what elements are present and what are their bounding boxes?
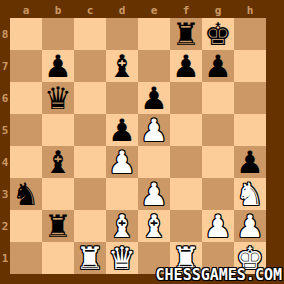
file-label-b: b: [42, 0, 74, 18]
square-e8: [138, 18, 170, 50]
board: ♜♚♟♝♟♟♛♟♟♟♝♟♟♞♟♞♜♝♝♟♟♜♛♜♚: [10, 18, 266, 274]
square-a6: [10, 82, 42, 114]
file-label-a: a: [10, 0, 42, 18]
square-c6: [74, 82, 106, 114]
square-d7: ♝: [106, 50, 138, 82]
piece-white-knight: ♞: [236, 178, 264, 210]
square-d3: [106, 178, 138, 210]
square-b3: [42, 178, 74, 210]
square-c4: [74, 146, 106, 178]
square-g3: [202, 178, 234, 210]
square-b7: ♟: [42, 50, 74, 82]
square-f4: [170, 146, 202, 178]
square-e3: ♟: [138, 178, 170, 210]
square-a3: ♞: [10, 178, 42, 210]
rank-label-7: 7: [0, 50, 10, 82]
rank-label-6: 6: [0, 82, 10, 114]
square-a7: [10, 50, 42, 82]
square-d4: ♟: [106, 146, 138, 178]
square-e2: ♝: [138, 210, 170, 242]
piece-black-rook: ♜: [172, 18, 200, 50]
square-a8: [10, 18, 42, 50]
piece-black-pawn: ♟: [172, 50, 200, 82]
piece-white-pawn: ♟: [236, 210, 264, 242]
square-b5: [42, 114, 74, 146]
rank-label-5: 5: [0, 114, 10, 146]
piece-black-king: ♚: [204, 18, 232, 50]
square-e6: ♟: [138, 82, 170, 114]
file-label-h: h: [234, 0, 266, 18]
piece-black-pawn: ♟: [44, 50, 72, 82]
square-d2: ♝: [106, 210, 138, 242]
square-e5: ♟: [138, 114, 170, 146]
rank-label-3: 3: [0, 178, 10, 210]
square-c1: ♜: [74, 242, 106, 274]
piece-white-pawn: ♟: [140, 114, 168, 146]
square-h7: [234, 50, 266, 82]
piece-black-pawn: ♟: [236, 146, 264, 178]
piece-black-pawn: ♟: [204, 50, 232, 82]
piece-black-pawn: ♟: [108, 114, 136, 146]
piece-white-bishop: ♝: [140, 210, 168, 242]
square-b1: [42, 242, 74, 274]
piece-white-bishop: ♝: [108, 210, 136, 242]
square-b4: ♝: [42, 146, 74, 178]
board-frame: abcdefgh 87654321 ♜♚♟♝♟♟♛♟♟♟♝♟♟♞♟♞♜♝♝♟♟♜…: [0, 0, 284, 284]
square-e7: [138, 50, 170, 82]
rank-label-8: 8: [0, 18, 10, 50]
site-label: CHESSGAMES.COM: [156, 266, 282, 284]
square-h8: [234, 18, 266, 50]
square-g6: [202, 82, 234, 114]
square-h3: ♞: [234, 178, 266, 210]
square-a5: [10, 114, 42, 146]
square-f7: ♟: [170, 50, 202, 82]
rank-label-1: 1: [0, 242, 10, 274]
square-b8: [42, 18, 74, 50]
square-h6: [234, 82, 266, 114]
file-label-d: d: [106, 0, 138, 18]
square-d8: [106, 18, 138, 50]
square-c5: [74, 114, 106, 146]
piece-white-queen: ♛: [108, 242, 136, 274]
piece-black-bishop: ♝: [108, 50, 136, 82]
square-g2: ♟: [202, 210, 234, 242]
square-f2: [170, 210, 202, 242]
square-f3: [170, 178, 202, 210]
piece-white-pawn: ♟: [204, 210, 232, 242]
square-a4: [10, 146, 42, 178]
square-b6: ♛: [42, 82, 74, 114]
square-d1: ♛: [106, 242, 138, 274]
file-label-e: e: [138, 0, 170, 18]
rank-labels: 87654321: [0, 18, 10, 274]
piece-black-knight: ♞: [12, 178, 40, 210]
square-c8: [74, 18, 106, 50]
square-g7: ♟: [202, 50, 234, 82]
square-f6: [170, 82, 202, 114]
piece-white-pawn: ♟: [140, 178, 168, 210]
square-g5: [202, 114, 234, 146]
piece-black-rook: ♜: [44, 210, 72, 242]
piece-black-bishop: ♝: [44, 146, 72, 178]
piece-black-pawn: ♟: [140, 82, 168, 114]
square-f5: [170, 114, 202, 146]
square-d6: [106, 82, 138, 114]
piece-white-rook: ♜: [76, 242, 104, 274]
piece-white-pawn: ♟: [108, 146, 136, 178]
square-a2: [10, 210, 42, 242]
square-c7: [74, 50, 106, 82]
square-f8: ♜: [170, 18, 202, 50]
square-d5: ♟: [106, 114, 138, 146]
square-c3: [74, 178, 106, 210]
piece-black-queen: ♛: [44, 82, 72, 114]
square-c2: [74, 210, 106, 242]
rank-label-4: 4: [0, 146, 10, 178]
square-e4: [138, 146, 170, 178]
file-label-c: c: [74, 0, 106, 18]
square-h2: ♟: [234, 210, 266, 242]
square-h5: [234, 114, 266, 146]
square-a1: [10, 242, 42, 274]
square-g4: [202, 146, 234, 178]
square-g8: ♚: [202, 18, 234, 50]
square-h4: ♟: [234, 146, 266, 178]
square-b2: ♜: [42, 210, 74, 242]
rank-label-2: 2: [0, 210, 10, 242]
